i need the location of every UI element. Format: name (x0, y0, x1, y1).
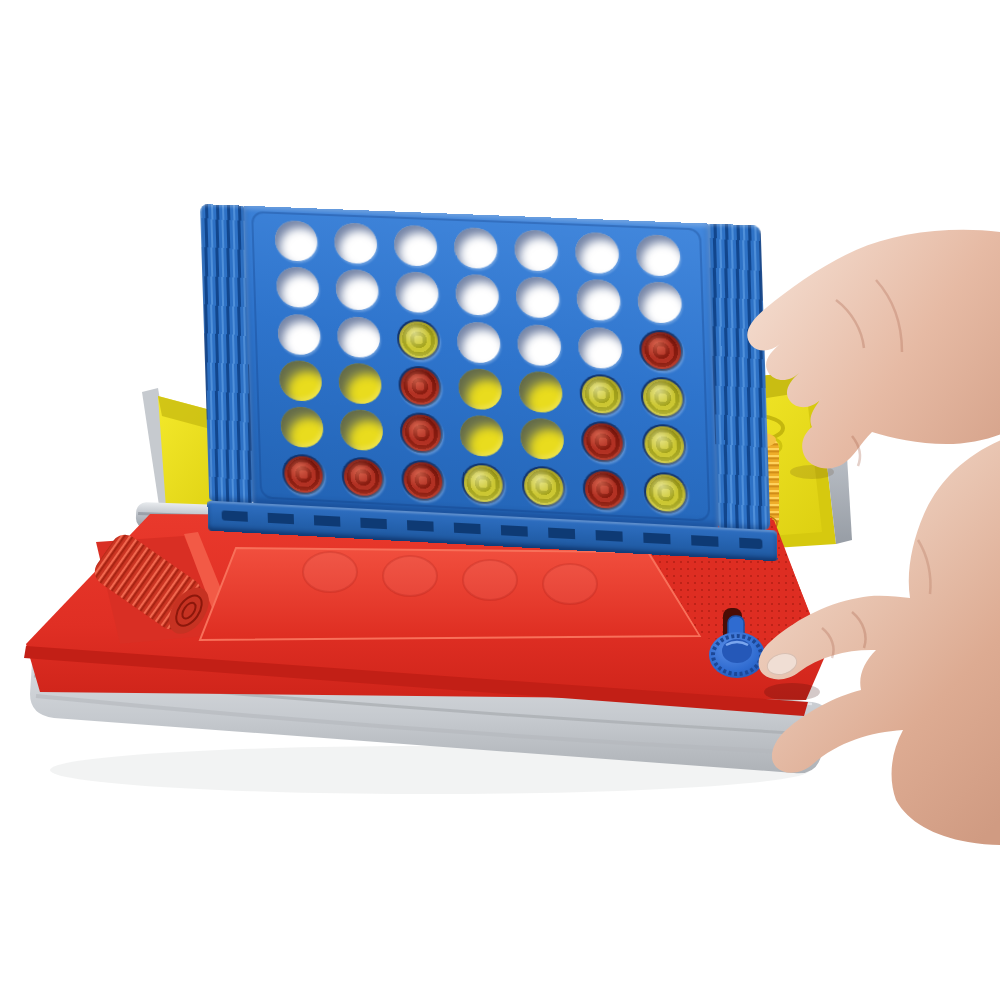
hands-graphics (0, 0, 1000, 1000)
upper-hand (747, 230, 1000, 469)
lower-hand (759, 440, 1000, 845)
product-photo-scene (0, 0, 1000, 1000)
